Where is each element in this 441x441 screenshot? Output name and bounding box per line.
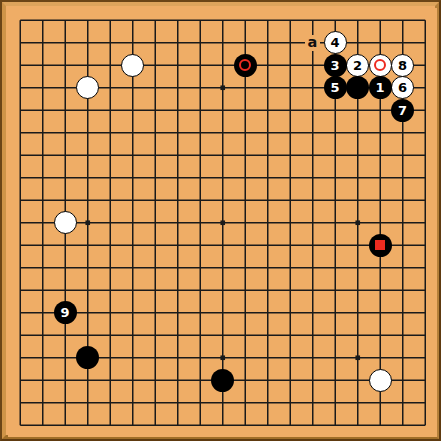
- go-board: 428635179a: [8, 8, 437, 437]
- move-number: 9: [60, 306, 69, 319]
- stone-white: [121, 54, 144, 77]
- star-point: [220, 355, 225, 360]
- star-point: [355, 220, 360, 225]
- move-number: 3: [330, 58, 339, 71]
- stone-white: [54, 211, 77, 234]
- circle-marker-icon: [239, 59, 251, 71]
- move-number: 1: [375, 81, 384, 94]
- stone-black-circle-marked: [234, 54, 257, 77]
- move-number: 7: [398, 103, 407, 116]
- stone-black: [76, 346, 99, 369]
- move-number: 6: [398, 81, 407, 94]
- stone-move-9: 9: [54, 301, 77, 324]
- point-label-a: a: [305, 35, 320, 51]
- move-number: 5: [330, 81, 339, 94]
- go-board-grid: 428635179a: [9, 9, 437, 437]
- square-marker-icon: [375, 240, 385, 250]
- move-number: 2: [353, 58, 362, 71]
- stone-move-1: 1: [369, 76, 392, 99]
- stone-white: [76, 76, 99, 99]
- stone-move-6: 6: [391, 76, 414, 99]
- stone-black: [211, 369, 234, 392]
- stone-move-5: 5: [324, 76, 347, 99]
- star-point: [220, 85, 225, 90]
- go-board-frame: 428635179a: [0, 0, 441, 441]
- stone-move-2: 2: [346, 54, 369, 77]
- stone-move-7: 7: [391, 99, 414, 122]
- stone-white-circle-marked: [369, 54, 392, 77]
- stone-move-3: 3: [324, 54, 347, 77]
- stone-black: [346, 76, 369, 99]
- circle-marker-icon: [374, 59, 386, 71]
- move-number: 4: [330, 36, 339, 49]
- move-number: 8: [398, 58, 407, 71]
- star-point: [355, 355, 360, 360]
- stone-black-square-marked: [369, 234, 392, 257]
- stone-move-8: 8: [391, 54, 414, 77]
- star-point: [85, 220, 90, 225]
- star-point: [220, 220, 225, 225]
- stone-white: [369, 369, 392, 392]
- stone-move-4: 4: [324, 31, 347, 54]
